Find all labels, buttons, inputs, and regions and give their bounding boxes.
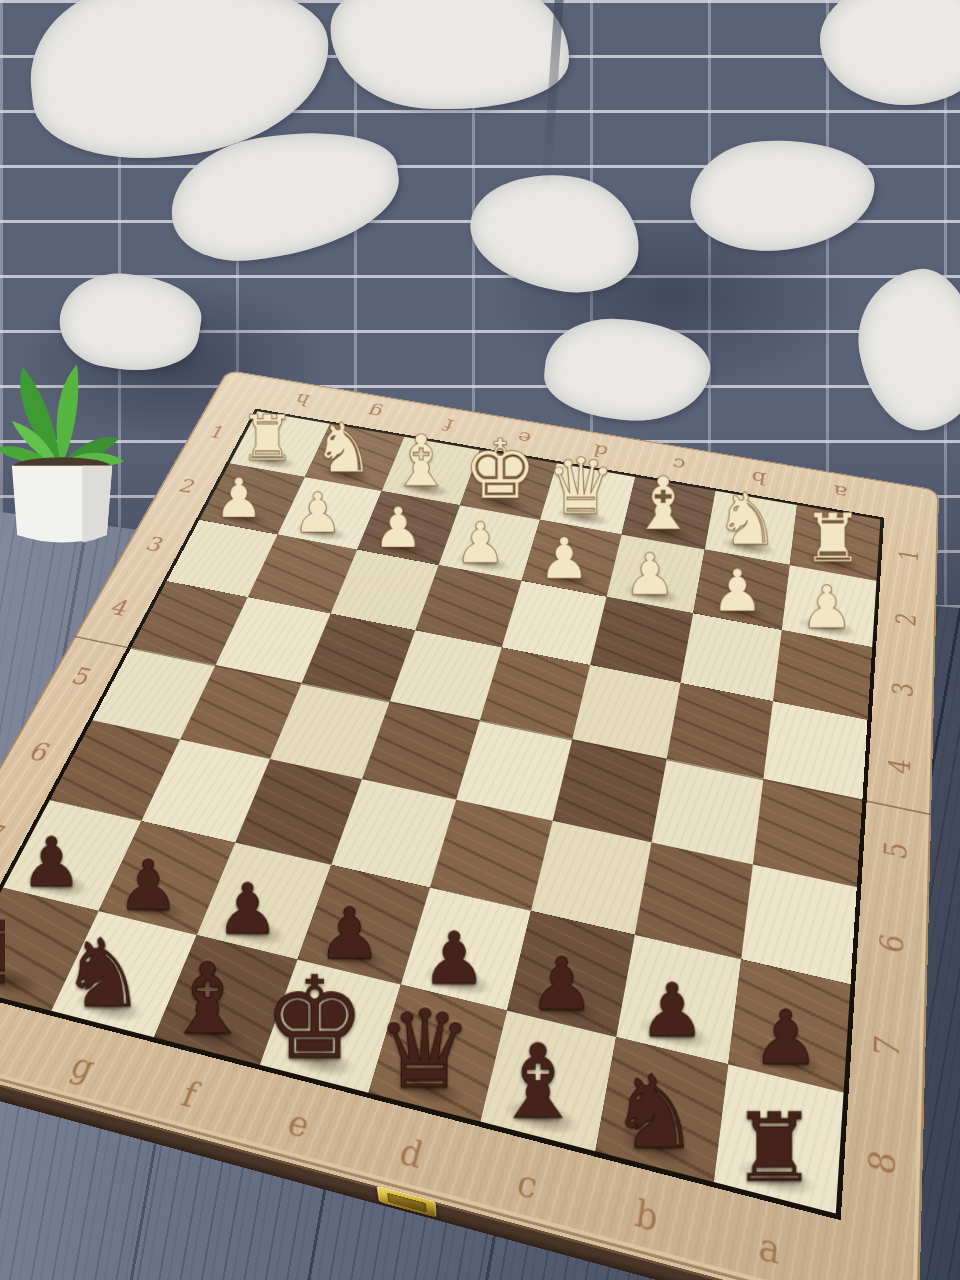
square-c6[interactable] [531,821,652,935]
rank-right-label-text: 7 [869,1032,908,1061]
square-f6[interactable] [235,759,362,865]
white-pawn-e2[interactable]: ♟ [455,515,506,571]
photo-stage: hgfedcba hgfedcba 12345678 12345678 ♜♞♝♚… [0,0,960,1280]
black-knight-b8[interactable]: ♞ [609,1062,700,1164]
square-c5[interactable] [553,739,667,842]
file-top-label-text: c [671,454,687,474]
square-b4[interactable] [667,683,773,779]
rank-right-label-6: 6 [881,893,905,996]
file-top-label-text: a [833,481,849,502]
file-bottom-label-h: h [0,1007,40,1070]
rank-right-label-text: 8 [863,1146,904,1178]
file-top-label-text: h [292,390,314,409]
square-c4[interactable] [572,665,680,759]
rank-right-label-8: 8 [869,1100,897,1228]
white-pawn-f2[interactable]: ♟ [373,500,423,556]
file-bottom-label-e: e [237,1089,361,1157]
black-bishop-f8[interactable]: ♝ [163,950,251,1048]
white-rook-h1[interactable]: ♜ [239,406,295,469]
rank-left-label-text: 4 [106,595,133,620]
rank-right-label-5: 5 [885,805,908,898]
board-squares: ♜♞♝♚♛♝♞♜♟♟♟♟♟♟♟♟♟♟♟♟♟♟♟♟♜♞♝♚♛♝♞♜ [0,411,880,1213]
white-pawn-d2[interactable]: ♟ [539,530,590,587]
black-bishop-c8[interactable]: ♝ [492,1031,584,1134]
rank-right-label-text: 6 [875,930,912,956]
square-d2[interactable]: ♟ [522,520,622,597]
black-pawn-b7[interactable]: ♟ [639,974,706,1048]
black-pawn-h7[interactable]: ♟ [21,829,83,898]
square-a1[interactable]: ♜ [790,505,881,581]
rank-right-label-3: 3 [893,652,913,729]
square-b8[interactable]: ♞ [595,1037,728,1182]
black-pawn-c7[interactable]: ♟ [529,948,595,1021]
file-bottom-label-text: c [514,1160,542,1206]
rank-right-label-4: 4 [890,725,912,809]
rank-right-label-text: 4 [884,755,917,776]
file-top-label-text: b [750,467,768,488]
file-bottom-label-g: g [23,1034,144,1098]
rank-right-label-text: 1 [895,547,924,563]
gold-clasp-plate [387,1193,427,1213]
file-bottom-label-text: g [66,1045,102,1087]
white-pawn-a2[interactable]: ♟ [800,578,853,637]
file-bottom-label-d: d [349,1118,474,1188]
black-pawn-g7[interactable]: ♟ [117,851,179,921]
square-b6[interactable] [635,842,753,959]
file-bottom-label-c: c [464,1148,590,1220]
file-top-label-text: d [592,441,611,461]
white-pawn-h2[interactable]: ♟ [214,471,263,526]
square-b1[interactable]: ♞ [705,491,797,565]
black-queen-d8[interactable]: ♛ [376,996,473,1105]
white-knight-b1[interactable]: ♞ [715,484,780,556]
rank-left-label-text: 7 [0,819,10,852]
white-bishop-f1[interactable]: ♝ [389,426,453,497]
file-bottom-label-text: d [396,1130,428,1175]
file-bottom-label-f: f [129,1061,251,1127]
square-d3[interactable] [502,581,607,665]
rank-right-label-1: 1 [900,523,918,587]
gold-clasp [377,1186,437,1218]
black-rook-a8[interactable]: ♜ [732,1100,817,1195]
file-bottom-label-text: e [283,1101,315,1145]
file-top-label-text: f [442,415,456,433]
white-pawn-g2[interactable]: ♟ [293,486,343,541]
file-top-label-text: e [515,428,534,447]
square-b3[interactable] [681,613,782,701]
white-knight-g1[interactable]: ♞ [313,414,374,482]
rank-right-label-2: 2 [897,585,916,655]
square-c1[interactable]: ♝ [621,477,715,550]
file-bottom-label-b: b [583,1178,710,1252]
black-pawn-f7[interactable]: ♟ [216,875,279,945]
rank-right-label-7: 7 [875,991,901,1105]
file-bottom-label-text: a [757,1223,782,1272]
white-pawn-b2[interactable]: ♟ [711,562,763,620]
square-a8[interactable]: ♜ [714,1064,844,1213]
file-top-label-text: g [365,402,386,421]
black-pawn-a7[interactable]: ♟ [752,1001,820,1076]
rank-right-label-text: 3 [888,680,920,699]
square-c7[interactable]: ♟ [507,911,635,1037]
rank-left-label-text: 1 [206,422,229,441]
white-bishop-c1[interactable]: ♝ [630,468,696,541]
white-pawn-c2[interactable]: ♟ [624,546,676,604]
white-rook-a1[interactable]: ♜ [803,504,863,571]
file-bottom-label-text: b [632,1191,661,1239]
square-d1[interactable]: ♛ [540,463,635,534]
black-rook-h8[interactable]: ♜ [0,909,41,995]
file-bottom-label-text: f [177,1074,203,1115]
rank-right-label-text: 5 [879,839,914,862]
chess-board[interactable]: hgfedcba hgfedcba 12345678 12345678 ♜♞♝♚… [0,370,939,1280]
rank-left-label-text: 6 [24,737,55,767]
rank-left-label-text: 3 [142,533,167,556]
file-bottom-label-a: a [705,1209,834,1280]
rank-right-label-text: 2 [892,610,922,628]
board-scene: hgfedcba hgfedcba 12345678 12345678 ♜♞♝♚… [0,0,960,1280]
rank-left-label-text: 5 [67,663,96,690]
black-king-e8[interactable]: ♚ [263,962,365,1076]
black-pawn-d7[interactable]: ♟ [422,923,487,995]
black-knight-g8[interactable]: ♞ [61,927,146,1022]
square-c8[interactable]: ♝ [480,1010,616,1151]
rank-left-label-text: 2 [175,476,199,497]
